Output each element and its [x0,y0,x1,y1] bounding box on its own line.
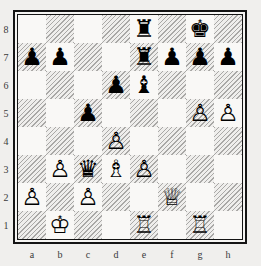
board-frame: ♜♚♟︎♟︎♜♟︎♟︎♟︎♟︎♝♟︎♙♙♙♙♛♗♙♙♙♕♔♖♖ [13,10,247,244]
square-e8[interactable]: ♜ [130,15,158,43]
square-f5[interactable] [158,99,186,127]
white-queen: ♕ [161,183,183,211]
black-pawn: ♟︎ [189,43,211,71]
black-pawn: ♟︎ [77,99,99,127]
black-bishop: ♝ [133,71,155,99]
square-e4[interactable] [130,127,158,155]
black-queen: ♛ [77,155,99,183]
square-f4[interactable] [158,127,186,155]
square-b7[interactable]: ♟︎ [46,43,74,71]
white-pawn: ♙ [49,155,71,183]
white-pawn: ♙ [77,183,99,211]
rank-label-7: 7 [0,43,12,71]
square-b8[interactable] [46,15,74,43]
file-labels: abcdefgh [18,249,242,260]
black-rook: ♜ [133,43,155,71]
square-b6[interactable] [46,71,74,99]
square-f1[interactable] [158,211,186,239]
square-g6[interactable] [186,71,214,99]
rank-label-1: 1 [0,211,12,239]
square-g2[interactable] [186,183,214,211]
square-d2[interactable] [102,183,130,211]
square-h1[interactable] [214,211,242,239]
square-h8[interactable] [214,15,242,43]
rank-label-3: 3 [0,155,12,183]
white-pawn: ♙ [21,183,43,211]
file-label-c: c [74,249,102,260]
rank-labels: 87654321 [0,15,12,239]
square-c3[interactable]: ♛ [74,155,102,183]
white-pawn: ♙ [105,127,127,155]
square-d6[interactable]: ♟︎ [102,71,130,99]
square-a2[interactable]: ♙ [18,183,46,211]
file-label-f: f [158,249,186,260]
square-d7[interactable] [102,43,130,71]
square-c8[interactable] [74,15,102,43]
square-c6[interactable] [74,71,102,99]
white-pawn: ♙ [133,155,155,183]
square-b1[interactable]: ♔ [46,211,74,239]
square-h7[interactable]: ♟︎ [214,43,242,71]
square-f3[interactable] [158,155,186,183]
square-a7[interactable]: ♟︎ [18,43,46,71]
square-c2[interactable]: ♙ [74,183,102,211]
square-e1[interactable]: ♖ [130,211,158,239]
square-h2[interactable] [214,183,242,211]
white-pawn: ♙ [189,99,211,127]
rank-label-6: 6 [0,71,12,99]
rank-label-5: 5 [0,99,12,127]
square-a8[interactable] [18,15,46,43]
square-g1[interactable]: ♖ [186,211,214,239]
square-a6[interactable] [18,71,46,99]
square-g8[interactable]: ♚ [186,15,214,43]
square-f7[interactable]: ♟︎ [158,43,186,71]
board-inner: ♜♚♟︎♟︎♜♟︎♟︎♟︎♟︎♝♟︎♙♙♙♙♛♗♙♙♙♕♔♖♖ [17,14,243,240]
rank-label-2: 2 [0,183,12,211]
square-e7[interactable]: ♜ [130,43,158,71]
square-f8[interactable] [158,15,186,43]
square-a3[interactable] [18,155,46,183]
rank-label-8: 8 [0,15,12,43]
square-g3[interactable] [186,155,214,183]
square-a1[interactable] [18,211,46,239]
white-pawn: ♙ [217,99,239,127]
square-h4[interactable] [214,127,242,155]
square-d4[interactable]: ♙ [102,127,130,155]
square-e5[interactable] [130,99,158,127]
square-g7[interactable]: ♟︎ [186,43,214,71]
white-rook: ♖ [189,211,211,239]
square-g5[interactable]: ♙ [186,99,214,127]
file-label-e: e [130,249,158,260]
file-label-a: a [18,249,46,260]
square-b3[interactable]: ♙ [46,155,74,183]
square-a4[interactable] [18,127,46,155]
square-h6[interactable] [214,71,242,99]
square-d1[interactable] [102,211,130,239]
square-c5[interactable]: ♟︎ [74,99,102,127]
black-pawn: ♟︎ [49,43,71,71]
square-c7[interactable] [74,43,102,71]
file-label-b: b [46,249,74,260]
white-king: ♔ [49,211,71,239]
white-bishop: ♗ [105,155,127,183]
square-c4[interactable] [74,127,102,155]
black-pawn: ♟︎ [217,43,239,71]
file-label-d: d [102,249,130,260]
square-f2[interactable]: ♕ [158,183,186,211]
square-c1[interactable] [74,211,102,239]
chess-diagram: 87654321 ♜♚♟︎♟︎♜♟︎♟︎♟︎♟︎♝♟︎♙♙♙♙♛♗♙♙♙♕♔♖♖… [0,0,261,266]
square-e6[interactable]: ♝ [130,71,158,99]
black-pawn: ♟︎ [161,43,183,71]
file-label-h: h [214,249,242,260]
square-b4[interactable] [46,127,74,155]
black-rook: ♜ [133,15,155,43]
square-d5[interactable] [102,99,130,127]
black-pawn: ♟︎ [105,71,127,99]
board-grid: ♜♚♟︎♟︎♜♟︎♟︎♟︎♟︎♝♟︎♙♙♙♙♛♗♙♙♙♕♔♖♖ [18,15,242,239]
square-a5[interactable] [18,99,46,127]
square-f6[interactable] [158,71,186,99]
square-g4[interactable] [186,127,214,155]
white-rook: ♖ [133,211,155,239]
square-e3[interactable]: ♙ [130,155,158,183]
black-pawn: ♟︎ [21,43,43,71]
file-label-g: g [186,249,214,260]
square-d8[interactable] [102,15,130,43]
rank-label-4: 4 [0,127,12,155]
square-b2[interactable] [46,183,74,211]
square-h3[interactable] [214,155,242,183]
square-b5[interactable] [46,99,74,127]
square-d3[interactable]: ♗ [102,155,130,183]
square-e2[interactable] [130,183,158,211]
black-king: ♚ [189,15,211,43]
square-h5[interactable]: ♙ [214,99,242,127]
